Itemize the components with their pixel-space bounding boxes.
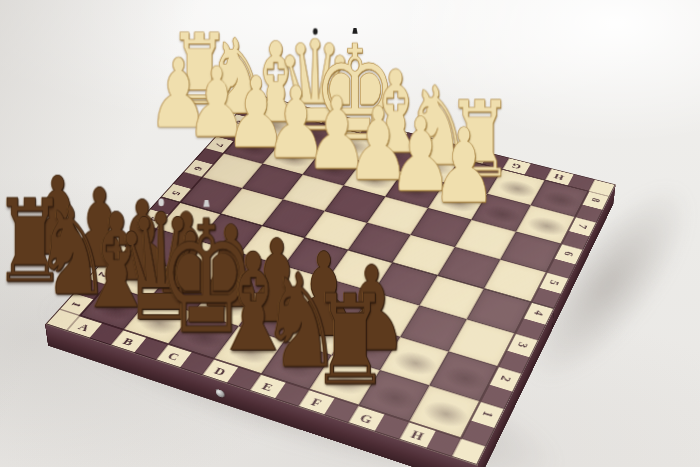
coordinate-label: H (409, 428, 426, 442)
coordinate-label: 6 (561, 251, 575, 258)
piece-shadow (523, 213, 571, 240)
piece-white-pawn[interactable]: ♟ (408, 115, 520, 218)
coordinate-label: 3 (515, 341, 531, 349)
coordinate-label: 5 (547, 279, 562, 287)
coordinate-label: 4 (531, 309, 546, 317)
chess-board: ABCDEFGH8♜♞♝♛♚♝♞♜87♟♟♟♟♟♟♟♟7665544332♟♟♟… (46, 94, 616, 465)
coordinate-label: H (553, 173, 566, 182)
coordinate-label: 7 (575, 223, 589, 230)
table-scene: ABCDEFGH8♜♞♝♛♚♝♞♜87♟♟♟♟♟♟♟♟7665544332♟♟♟… (0, 0, 700, 467)
finial-black-spike (352, 20, 357, 33)
coordinate-label: 2 (498, 375, 514, 384)
piece-shadow (537, 188, 584, 213)
coordinate-label: G (358, 412, 375, 425)
coordinate-label: 1 (479, 410, 496, 419)
coordinate-label: 6 (192, 165, 206, 171)
piece-black-rook[interactable]: ♜ (285, 278, 416, 403)
piece-shadow (417, 396, 474, 432)
perspective-scene: ABCDEFGH8♜♞♝♛♚♝♞♜87♟♟♟♟♟♟♟♟7665544332♟♟♟… (0, 0, 700, 467)
finial-light-spike (203, 191, 209, 207)
metal-clasp (216, 389, 225, 399)
coordinate-label: 8 (589, 197, 603, 204)
